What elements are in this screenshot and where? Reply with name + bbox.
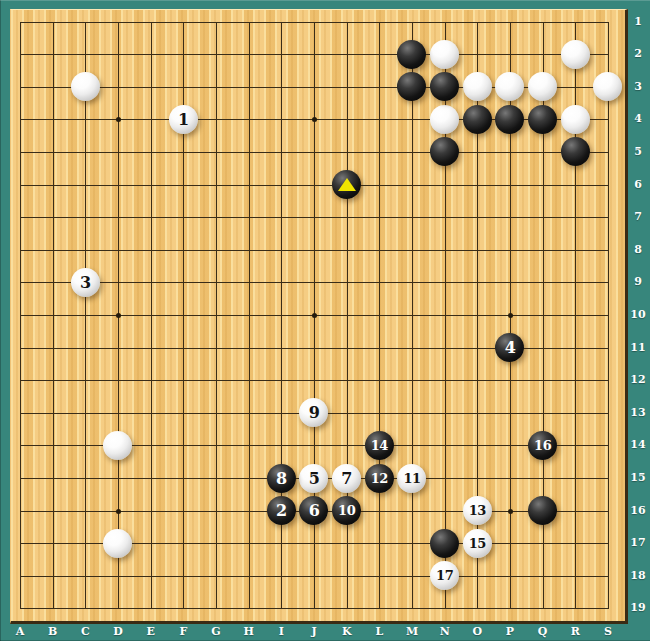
go-stone-white-K15[interactable]: 7 — [332, 464, 361, 493]
go-stone-black-P11[interactable]: 4 — [495, 333, 524, 362]
row-label-9: 9 — [627, 275, 649, 289]
row-label-13: 13 — [627, 406, 649, 420]
go-stone-white-N4[interactable] — [430, 105, 459, 134]
row-label-7: 7 — [627, 210, 649, 224]
column-label-D: D — [108, 625, 128, 638]
move-number: 6 — [299, 496, 328, 525]
go-stone-white-R4[interactable] — [561, 105, 590, 134]
column-label-P: P — [500, 625, 520, 638]
go-stone-white-C9[interactable]: 3 — [71, 268, 100, 297]
column-label-G: G — [206, 625, 226, 638]
move-number: 17 — [430, 561, 459, 590]
column-label-L: L — [369, 625, 389, 638]
column-label-K: K — [337, 625, 357, 638]
column-label-Q: Q — [533, 625, 553, 638]
row-label-12: 12 — [627, 373, 649, 387]
move-number: 12 — [365, 464, 394, 493]
go-diagram-screen: 1234567891011121314151617 ABCDEFGHIJKLMN… — [0, 0, 650, 641]
go-stone-white-N18[interactable]: 17 — [430, 561, 459, 590]
move-number: 8 — [267, 464, 296, 493]
column-label-B: B — [43, 625, 63, 638]
row-label-17: 17 — [627, 536, 649, 550]
go-stone-black-Q4[interactable] — [528, 105, 557, 134]
move-number: 2 — [267, 496, 296, 525]
row-label-15: 15 — [627, 471, 649, 485]
column-label-R: R — [565, 625, 585, 638]
row-label-19: 19 — [627, 601, 649, 615]
go-stone-white-F4[interactable]: 1 — [169, 105, 198, 134]
column-label-J: J — [304, 625, 324, 638]
row-label-5: 5 — [627, 145, 649, 159]
move-number: 5 — [299, 464, 328, 493]
column-label-C: C — [75, 625, 95, 638]
go-stone-black-M2[interactable] — [397, 40, 426, 69]
triangle-marker-icon — [338, 178, 356, 191]
goban-board[interactable] — [10, 9, 628, 624]
go-stone-white-O16[interactable]: 13 — [463, 496, 492, 525]
row-label-11: 11 — [627, 341, 649, 355]
go-stone-black-I15[interactable]: 8 — [267, 464, 296, 493]
go-stone-black-L15[interactable]: 12 — [365, 464, 394, 493]
go-stone-black-K16[interactable]: 10 — [332, 496, 361, 525]
go-stone-black-O4[interactable] — [463, 105, 492, 134]
column-label-A: A — [10, 625, 30, 638]
move-number: 1 — [169, 105, 198, 134]
move-number: 10 — [332, 496, 361, 525]
move-number: 9 — [299, 398, 328, 427]
row-label-18: 18 — [627, 569, 649, 583]
move-number: 4 — [495, 333, 524, 362]
go-stone-white-J15[interactable]: 5 — [299, 464, 328, 493]
go-stone-white-N2[interactable] — [430, 40, 459, 69]
row-label-16: 16 — [627, 504, 649, 518]
column-label-N: N — [435, 625, 455, 638]
move-number: 11 — [397, 464, 426, 493]
go-stone-black-K6[interactable] — [332, 170, 361, 199]
column-label-H: H — [239, 625, 259, 638]
column-label-S: S — [598, 625, 618, 638]
move-number: 3 — [71, 268, 100, 297]
go-stone-black-J16[interactable]: 6 — [299, 496, 328, 525]
row-label-10: 10 — [627, 308, 649, 322]
move-number: 14 — [365, 431, 394, 460]
go-stone-white-O17[interactable]: 15 — [463, 529, 492, 558]
go-stone-white-M15[interactable]: 11 — [397, 464, 426, 493]
go-stone-white-O3[interactable] — [463, 72, 492, 101]
go-stone-black-I16[interactable]: 2 — [267, 496, 296, 525]
go-stone-black-L14[interactable]: 14 — [365, 431, 394, 460]
go-stone-white-J13[interactable]: 9 — [299, 398, 328, 427]
row-label-4: 4 — [627, 112, 649, 126]
column-label-I: I — [271, 625, 291, 638]
column-label-F: F — [173, 625, 193, 638]
column-label-E: E — [141, 625, 161, 638]
go-stone-black-N17[interactable] — [430, 529, 459, 558]
row-label-1: 1 — [627, 15, 649, 29]
go-stone-white-C3[interactable] — [71, 72, 100, 101]
move-number: 16 — [528, 431, 557, 460]
move-number: 13 — [463, 496, 492, 525]
column-label-M: M — [402, 625, 422, 638]
row-label-8: 8 — [627, 243, 649, 257]
row-label-14: 14 — [627, 438, 649, 452]
column-label-O: O — [467, 625, 487, 638]
row-label-3: 3 — [627, 80, 649, 94]
move-number: 15 — [463, 529, 492, 558]
row-label-6: 6 — [627, 178, 649, 192]
go-stone-white-R2[interactable] — [561, 40, 590, 69]
go-stone-black-Q14[interactable]: 16 — [528, 431, 557, 460]
move-number: 7 — [332, 464, 361, 493]
row-label-2: 2 — [627, 47, 649, 61]
